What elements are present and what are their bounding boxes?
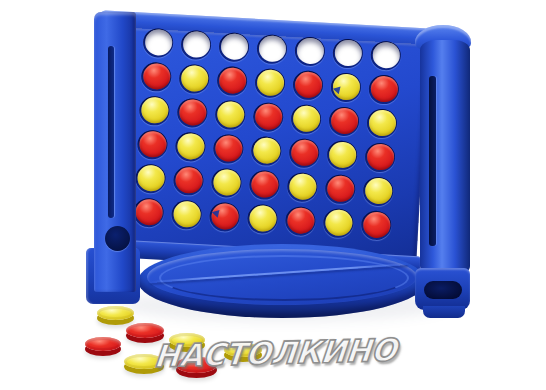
left-post — [94, 12, 136, 292]
hole — [249, 169, 281, 200]
cell-r1-c3 — [214, 29, 254, 65]
right-post-foot-hole — [424, 281, 462, 299]
cell-r3-c3 — [210, 97, 250, 133]
yellow-disc — [368, 109, 396, 136]
yellow-disc — [176, 133, 204, 160]
cell-r4-c6 — [322, 137, 362, 173]
cell-r5-c2 — [169, 162, 209, 198]
cell-r3-c1 — [134, 92, 174, 128]
yellow-disc — [172, 201, 200, 228]
red-disc — [174, 167, 202, 194]
empty-hole — [220, 33, 248, 60]
cell-r5-c4 — [244, 167, 284, 203]
red-disc — [362, 211, 390, 238]
cell-r1-c7 — [366, 37, 406, 73]
hole — [366, 108, 398, 139]
hole — [171, 199, 203, 230]
hole — [370, 40, 402, 71]
hole — [137, 129, 169, 160]
cell-r2-c7 — [364, 71, 404, 107]
yellow-disc — [212, 169, 240, 196]
hole — [140, 61, 172, 92]
hole — [288, 137, 320, 168]
hole — [364, 142, 396, 173]
cell-r5-c1 — [131, 160, 171, 196]
cell-r5-c5 — [282, 169, 322, 205]
cell-r6-c2 — [167, 196, 207, 232]
right-post-pad — [423, 306, 465, 318]
cell-r3-c4 — [248, 99, 288, 135]
red-disc — [370, 75, 398, 102]
hole — [135, 163, 167, 194]
yellow-disc — [256, 69, 284, 96]
hole — [211, 167, 243, 198]
red-disc — [214, 135, 242, 162]
red-disc — [326, 175, 354, 202]
loose-yellow-disc — [97, 306, 134, 320]
cell-r5-c7 — [358, 173, 398, 209]
hole — [247, 203, 279, 234]
yellow-disc — [140, 97, 168, 124]
cell-r1-c5 — [290, 33, 330, 69]
hole — [218, 31, 250, 62]
yellow-disc — [136, 164, 164, 191]
hole — [139, 95, 171, 126]
red-disc — [138, 131, 166, 158]
hole — [251, 135, 283, 166]
cell-r1-c2 — [176, 26, 216, 62]
yellow-disc — [180, 65, 208, 92]
board-grid — [129, 24, 406, 243]
cell-r1-c4 — [252, 31, 292, 67]
cell-r4-c5 — [284, 135, 324, 171]
hole — [324, 173, 356, 204]
yellow-disc — [364, 177, 392, 204]
hole — [287, 171, 319, 202]
cell-r3-c6 — [324, 103, 364, 139]
hole — [133, 197, 165, 228]
hole — [368, 74, 400, 105]
hole — [142, 27, 174, 58]
yellow-disc — [292, 105, 320, 132]
cell-r2-c6 — [326, 69, 366, 105]
yellow-disc — [288, 173, 316, 200]
red-disc — [142, 63, 170, 90]
red-disc — [294, 71, 322, 98]
hole — [294, 36, 326, 67]
hole — [326, 140, 358, 171]
board-frame — [84, 8, 438, 279]
hole — [292, 70, 324, 101]
empty-hole — [296, 37, 324, 64]
yellow-disc — [248, 205, 276, 232]
cell-r4-c3 — [208, 130, 248, 166]
yellow-disc — [324, 209, 352, 236]
cell-r6-c7 — [356, 207, 396, 243]
cell-r2-c3 — [212, 63, 252, 99]
product-photo-connect-four: НАСТОЛКИНО — [0, 0, 546, 390]
empty-hole — [334, 39, 362, 66]
hole — [256, 33, 288, 64]
cell-r3-c5 — [286, 101, 326, 137]
hole — [178, 63, 210, 94]
cell-r4-c2 — [171, 128, 211, 164]
cell-r1-c6 — [328, 35, 368, 71]
hole — [216, 65, 248, 96]
empty-hole — [372, 41, 400, 68]
yellow-disc — [252, 137, 280, 164]
watermark-text: НАСТОЛКИНО — [153, 332, 399, 374]
red-disc — [366, 143, 394, 170]
cell-r2-c2 — [174, 60, 214, 96]
hole — [362, 176, 394, 207]
hole — [214, 99, 246, 130]
hole — [173, 165, 205, 196]
loose-red-disc — [126, 323, 164, 338]
loose-red-disc — [85, 337, 121, 351]
cell-r2-c5 — [288, 67, 328, 103]
cell-r4-c7 — [360, 139, 400, 175]
hole — [328, 106, 360, 137]
hole — [254, 67, 286, 98]
red-disc — [286, 207, 314, 234]
cell-r6-c6 — [318, 205, 358, 241]
red-disc — [134, 198, 162, 225]
hole — [180, 29, 212, 60]
red-disc — [330, 107, 358, 134]
yellow-disc — [328, 141, 356, 168]
red-disc — [254, 103, 282, 130]
empty-hole — [144, 29, 172, 56]
cell-r6-c5 — [281, 203, 321, 239]
cell-r4-c4 — [246, 133, 286, 169]
cell-r6-c4 — [243, 200, 283, 236]
cell-r2-c1 — [136, 58, 176, 94]
right-post-foot — [415, 268, 470, 310]
left-post-hole — [105, 226, 130, 251]
cell-r5-c3 — [207, 164, 247, 200]
hole — [213, 133, 245, 164]
cell-r3-c2 — [172, 94, 212, 130]
red-disc — [218, 67, 246, 94]
right-post-slot — [429, 76, 436, 246]
hole — [252, 101, 284, 132]
cell-r4-c1 — [133, 126, 173, 162]
hole — [175, 131, 207, 162]
hole — [323, 207, 355, 238]
cell-r5-c6 — [320, 171, 360, 207]
hole — [290, 103, 322, 134]
red-disc — [178, 99, 206, 126]
hole — [332, 38, 364, 69]
yellow-disc — [216, 101, 244, 128]
left-post-slot — [108, 46, 114, 218]
hole — [361, 210, 393, 241]
hole — [177, 97, 209, 128]
red-disc — [250, 171, 278, 198]
right-post — [420, 40, 470, 276]
cell-r3-c7 — [362, 105, 402, 141]
cell-r1-c1 — [138, 24, 178, 60]
hole — [285, 205, 317, 236]
cell-r6-c3 — [205, 198, 245, 234]
cell-r2-c4 — [250, 65, 290, 101]
empty-hole — [258, 35, 286, 62]
red-disc — [290, 139, 318, 166]
empty-hole — [182, 31, 210, 58]
